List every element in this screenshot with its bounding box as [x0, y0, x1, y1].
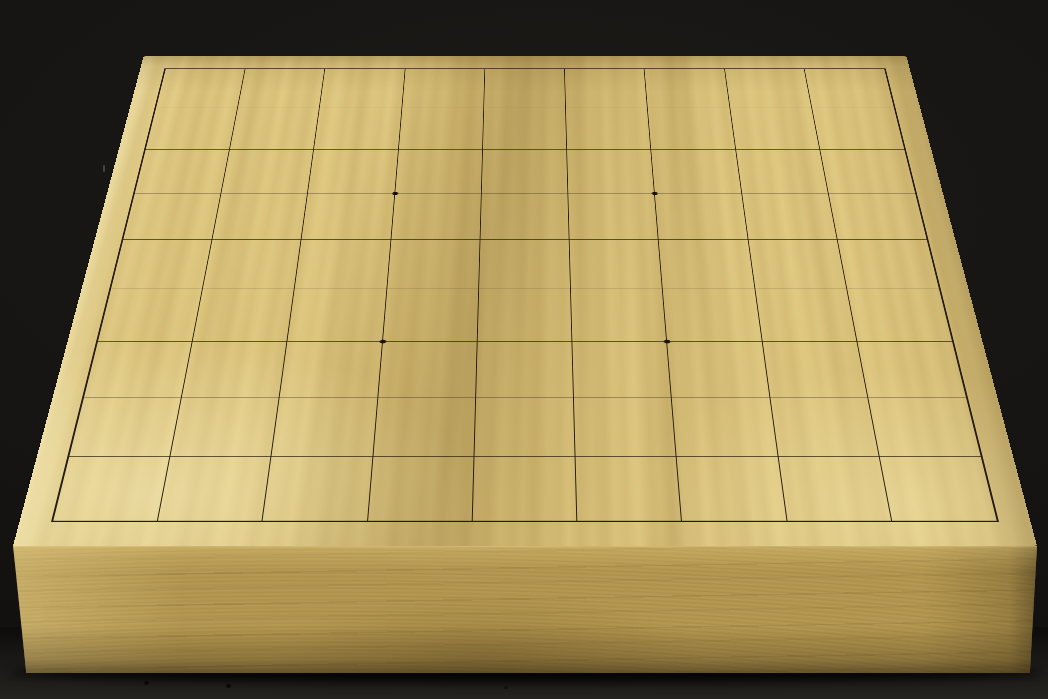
square-r2c4: [399, 108, 484, 149]
square-r3c7: [651, 150, 741, 194]
square-r2c8: [730, 108, 820, 149]
square-r4c6: [568, 194, 659, 240]
square-r8c8: [770, 397, 880, 457]
square-r5c4: [387, 240, 480, 289]
square-r3c4: [395, 150, 483, 194]
square-r6c8: [755, 289, 857, 341]
square-r6c3: [288, 289, 387, 341]
star-point: [664, 340, 671, 344]
square-r8c5: [474, 397, 575, 457]
square-r1c8: [725, 69, 812, 108]
square-r6c9: [847, 289, 952, 341]
square-r2c7: [648, 108, 736, 149]
square-r7c3: [280, 342, 383, 398]
square-r2c9: [812, 108, 904, 149]
square-r2c1: [146, 108, 238, 149]
square-r5c9: [838, 240, 940, 289]
star-point: [652, 192, 658, 195]
square-r5c5: [479, 240, 571, 289]
square-r9c1: [53, 457, 170, 521]
square-r7c1: [84, 342, 193, 398]
square-r8c1: [69, 397, 182, 457]
square-r6c5: [478, 289, 573, 341]
board-top-surface: [13, 56, 1037, 546]
square-r4c4: [391, 194, 482, 240]
square-r9c2: [158, 457, 272, 521]
square-r1c3: [320, 69, 405, 108]
square-r4c5: [480, 194, 569, 240]
square-r4c1: [123, 194, 221, 240]
square-r3c2: [221, 150, 314, 194]
square-r4c9: [829, 194, 927, 240]
square-r2c3: [314, 108, 402, 149]
square-r2c6: [566, 108, 651, 149]
square-r1c9: [804, 69, 894, 108]
square-r1c1: [156, 69, 246, 108]
square-r5c2: [203, 240, 302, 289]
square-r9c3: [263, 457, 373, 521]
square-r7c5: [476, 342, 574, 398]
square-r6c4: [383, 289, 479, 341]
square-r7c8: [762, 342, 868, 398]
square-r8c4: [373, 397, 476, 457]
square-r3c6: [567, 150, 655, 194]
square-r7c9: [857, 342, 966, 398]
board-photo-scene: [0, 0, 1048, 699]
square-r5c1: [111, 240, 213, 289]
square-r7c2: [182, 342, 288, 398]
square-r9c4: [368, 457, 475, 521]
board-front-side: [13, 545, 1037, 673]
square-r9c7: [677, 457, 787, 521]
square-r4c2: [212, 194, 308, 240]
square-r3c3: [308, 150, 398, 194]
floor-speck: [226, 684, 231, 688]
square-r1c7: [645, 69, 730, 108]
square-r9c9: [880, 457, 997, 521]
square-r6c2: [193, 289, 295, 341]
square-r3c9: [820, 150, 915, 194]
square-r9c8: [778, 457, 892, 521]
square-r2c2: [230, 108, 320, 149]
wall-scratch-mark: [103, 165, 105, 172]
square-r7c7: [667, 342, 770, 398]
square-r1c2: [238, 69, 325, 108]
square-r8c9: [868, 397, 981, 457]
square-r6c6: [571, 289, 667, 341]
square-r8c7: [672, 397, 778, 457]
square-r4c8: [742, 194, 838, 240]
square-r5c6: [570, 240, 663, 289]
floor-speck: [144, 681, 149, 685]
square-r5c3: [295, 240, 391, 289]
square-r5c8: [748, 240, 847, 289]
square-r2c5: [483, 108, 567, 149]
square-r7c6: [572, 342, 672, 398]
square-r8c3: [272, 397, 378, 457]
square-r3c8: [736, 150, 829, 194]
square-r9c6: [576, 457, 683, 521]
floor-speck: [504, 686, 508, 689]
square-r4c7: [655, 194, 748, 240]
square-r1c4: [402, 69, 485, 108]
shogi-grid: [51, 68, 999, 522]
square-r3c5: [482, 150, 569, 194]
square-r8c6: [574, 397, 677, 457]
square-r7c4: [378, 342, 478, 398]
square-r6c1: [98, 289, 203, 341]
square-r8c2: [170, 397, 280, 457]
square-r1c5: [484, 69, 566, 108]
square-r4c3: [302, 194, 395, 240]
square-r3c1: [135, 150, 230, 194]
square-r6c7: [663, 289, 762, 341]
square-r9c5: [473, 457, 578, 521]
square-r5c7: [659, 240, 755, 289]
square-r1c6: [565, 69, 648, 108]
